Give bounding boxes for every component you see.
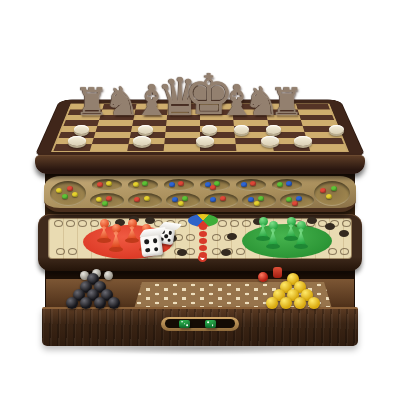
ludo-black-dot <box>325 223 335 230</box>
marble-black[interactable] <box>94 297 106 309</box>
checkers-disc[interactable] <box>234 125 249 134</box>
marble-black[interactable] <box>108 297 120 309</box>
gem-blue <box>286 181 292 186</box>
ludo-pawn-green[interactable] <box>266 221 280 249</box>
pawn-base <box>109 247 123 252</box>
checkers-disc[interactable] <box>68 136 86 146</box>
gem-blue <box>248 197 254 202</box>
checkers-disc[interactable] <box>196 136 214 146</box>
die-pip <box>168 231 172 235</box>
pawn-base <box>294 244 308 249</box>
ludo-black-dot <box>227 233 237 240</box>
gem-blue <box>210 197 216 202</box>
ludo-track-ring <box>68 248 77 255</box>
ludo-red-track-dot <box>199 238 207 244</box>
gem-green <box>62 194 68 199</box>
gem-green <box>286 197 292 202</box>
ludo-pawn-green[interactable] <box>294 221 308 249</box>
ludo-track-ring <box>54 220 63 227</box>
gem-yellow <box>106 181 112 186</box>
mancala-pit <box>236 179 266 191</box>
gem-green <box>277 182 283 187</box>
die-pip <box>212 324 214 326</box>
die-pip <box>154 247 159 252</box>
die-green[interactable] <box>205 320 216 328</box>
drawer-handle-recess <box>165 319 235 328</box>
ludo-red-track-dot <box>199 245 207 251</box>
mancala-pit <box>164 179 194 191</box>
mancala-store-right <box>314 181 350 206</box>
ludo-track-ring <box>212 234 221 241</box>
checkers-disc[interactable] <box>133 136 151 146</box>
gem-blue <box>296 196 302 201</box>
die-white[interactable] <box>140 234 163 257</box>
gem-yellow <box>56 188 62 193</box>
gem-yellow <box>178 201 184 206</box>
gem-yellow <box>96 197 102 202</box>
ludo-track-ring <box>212 248 221 255</box>
die-pip <box>144 239 149 244</box>
gem-red <box>97 182 103 187</box>
checkers-disc[interactable] <box>261 136 279 146</box>
gem-green <box>182 196 188 201</box>
mancala-pit <box>128 179 158 191</box>
gem-red <box>178 181 184 186</box>
pawn-base <box>125 238 139 243</box>
gem-green <box>102 201 108 206</box>
ludo-red-track-dot <box>199 252 207 258</box>
mancala-pit <box>242 193 276 208</box>
gem-yellow <box>254 201 260 206</box>
ludo-track-ring <box>186 248 195 255</box>
ludo-red-track-dot <box>199 231 207 237</box>
marble-black[interactable] <box>66 297 78 309</box>
checkers-disc[interactable] <box>202 125 217 134</box>
ludo-track-ring <box>66 220 75 227</box>
ludo-black-dot <box>177 249 187 256</box>
gem-blue <box>169 182 175 187</box>
gem-green <box>142 181 148 186</box>
ludo-track-ring <box>56 248 65 255</box>
chess-board-front-edge <box>35 155 365 174</box>
marble-yellow[interactable] <box>294 297 306 309</box>
mancala-pit <box>272 179 302 191</box>
ludo-black-dot <box>145 217 155 224</box>
gem-green <box>258 196 264 201</box>
mancala-tray[interactable] <box>44 176 356 212</box>
ludo-track-ring <box>236 248 245 255</box>
ludo-pawn-red[interactable] <box>125 219 139 243</box>
game-cabinet-photo: ♜♞♝♛♚♝♞♜ <box>0 0 400 400</box>
chess-square <box>308 144 347 151</box>
gem-blue <box>241 182 247 187</box>
die-green[interactable] <box>179 320 190 328</box>
gem-yellow <box>326 194 332 199</box>
mancala-pit <box>90 193 124 208</box>
gem-red <box>134 197 140 202</box>
checkers-disc[interactable] <box>138 125 153 134</box>
gem-green <box>331 186 337 191</box>
gem-red <box>67 186 73 191</box>
checkers-disc[interactable] <box>329 125 344 134</box>
gem-red <box>210 185 216 190</box>
die-pip <box>184 323 186 325</box>
chess-square <box>163 144 200 151</box>
mancala-pit <box>92 179 122 191</box>
checkers-disc[interactable] <box>294 136 312 146</box>
mancala-pit <box>166 193 200 208</box>
gem-red <box>292 201 298 206</box>
ludo-black-dot <box>221 249 231 256</box>
mancala-store-left <box>50 181 86 206</box>
mancala-pit <box>204 193 238 208</box>
ludo-track-ring <box>218 220 227 227</box>
marble-yellow[interactable] <box>280 297 292 309</box>
gem-yellow <box>144 196 150 201</box>
gem-red <box>220 196 226 201</box>
ludo-black-dot <box>307 217 317 224</box>
gem-yellow <box>72 192 78 197</box>
ludo-track-ring <box>242 220 251 227</box>
ludo-black-dot <box>339 230 349 237</box>
ludo-track-ring <box>186 234 195 241</box>
ludo-pawn-red[interactable] <box>109 224 123 252</box>
pawn-base <box>266 244 280 249</box>
marble-yellow[interactable] <box>308 297 320 309</box>
ludo-track-ring <box>342 220 351 227</box>
gem-red <box>320 188 326 193</box>
ludo-track-ring <box>340 248 349 255</box>
die-pip <box>145 248 150 253</box>
gem-blue <box>172 197 178 202</box>
chess-piece-rook[interactable]: ♜ <box>270 83 304 121</box>
marble-black[interactable] <box>80 297 92 309</box>
checkers-disc[interactable] <box>266 125 281 134</box>
ludo-track-ring <box>78 220 87 227</box>
mancala-pit <box>280 193 314 208</box>
ludo-red-track-dot <box>199 224 207 230</box>
die-pip <box>181 321 183 323</box>
ludo-track-ring <box>230 220 239 227</box>
marble-redm[interactable] <box>258 272 268 282</box>
checkers-disc[interactable] <box>74 125 89 134</box>
marble-yellow[interactable] <box>266 297 278 309</box>
red-game-piece[interactable] <box>273 267 282 278</box>
chess-square <box>90 144 128 151</box>
marble-gray[interactable] <box>104 271 113 280</box>
mancala-pit <box>200 179 230 191</box>
die-pip <box>186 325 188 327</box>
die-pip <box>207 321 209 323</box>
gem-yellow <box>133 182 139 187</box>
die-pip <box>153 238 158 243</box>
ludo-track-ring <box>328 248 337 255</box>
die-pip <box>167 238 171 242</box>
mancala-pit <box>128 193 162 208</box>
gem-red <box>250 181 256 186</box>
gem-red <box>106 196 112 201</box>
